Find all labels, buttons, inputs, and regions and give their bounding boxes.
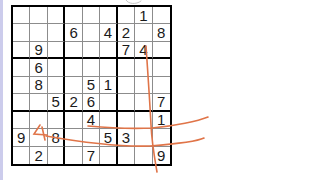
sudoku-cell-r8c9[interactable] bbox=[153, 129, 170, 146]
sudoku-cell-r9c6[interactable] bbox=[100, 147, 117, 164]
sudoku-cell-r6c3[interactable]: 5 bbox=[48, 94, 65, 111]
sudoku-cell-r1c3[interactable] bbox=[48, 7, 65, 24]
sudoku-cell-r7c5[interactable]: 4 bbox=[83, 112, 100, 129]
sudoku-cell-r2c6[interactable]: 4 bbox=[100, 24, 117, 41]
sudoku-cell-r2c7[interactable]: 2 bbox=[118, 24, 135, 41]
sudoku-cell-r1c7[interactable] bbox=[118, 7, 135, 24]
sudoku-cell-r5c4[interactable] bbox=[65, 77, 82, 94]
sudoku-cell-r5c2[interactable]: 8 bbox=[30, 77, 47, 94]
sudoku-cell-r5c8[interactable] bbox=[135, 77, 152, 94]
sudoku-cell-r4c8[interactable] bbox=[135, 59, 152, 76]
sudoku-cell-r9c4[interactable] bbox=[65, 147, 82, 164]
sudoku-cell-r4c5[interactable] bbox=[83, 59, 100, 76]
left-edge-strip bbox=[0, 0, 3, 180]
sudoku-cell-r9c2[interactable]: 2 bbox=[30, 147, 47, 164]
faint-top-arc bbox=[126, 0, 141, 4]
sudoku-cell-r2c5[interactable] bbox=[83, 24, 100, 41]
sudoku-cell-r8c3[interactable]: 8 bbox=[48, 129, 65, 146]
sudoku-cell-r1c6[interactable] bbox=[100, 7, 117, 24]
sudoku-cell-r2c1[interactable] bbox=[13, 24, 30, 41]
sudoku-cell-r2c9[interactable]: 8 bbox=[153, 24, 170, 41]
sudoku-cell-r1c2[interactable] bbox=[30, 7, 47, 24]
sudoku-cell-r2c4[interactable]: 6 bbox=[65, 24, 82, 41]
sudoku-cell-r7c8[interactable] bbox=[135, 112, 152, 129]
sudoku-cell-r7c9[interactable]: 1 bbox=[153, 112, 170, 129]
sudoku-cell-r6c5[interactable]: 6 bbox=[83, 94, 100, 111]
sudoku-cell-r3c2[interactable]: 9 bbox=[30, 42, 47, 59]
sudoku-cell-r7c2[interactable] bbox=[30, 112, 47, 129]
sudoku-cell-r8c5[interactable] bbox=[83, 129, 100, 146]
sudoku-cell-r1c4[interactable] bbox=[65, 7, 82, 24]
sudoku-cell-r7c3[interactable] bbox=[48, 112, 65, 129]
sudoku-cell-r7c4[interactable] bbox=[65, 112, 82, 129]
sudoku-cell-r3c1[interactable] bbox=[13, 42, 30, 59]
sudoku-cell-r5c3[interactable] bbox=[48, 77, 65, 94]
sudoku-cell-r3c8[interactable]: 4 bbox=[135, 42, 152, 59]
sudoku-cell-r4c4[interactable] bbox=[65, 59, 82, 76]
sudoku-cell-r4c6[interactable] bbox=[100, 59, 117, 76]
sudoku-cell-r3c3[interactable] bbox=[48, 42, 65, 59]
sudoku-cell-r1c9[interactable] bbox=[153, 7, 170, 24]
sudoku-cell-r1c8[interactable]: 1 bbox=[135, 7, 152, 24]
sudoku-cell-r4c2[interactable]: 6 bbox=[30, 59, 47, 76]
sudoku-cell-r7c1[interactable] bbox=[13, 112, 30, 129]
sudoku-cell-r7c6[interactable] bbox=[100, 112, 117, 129]
sudoku-cell-r5c5[interactable]: 5 bbox=[83, 77, 100, 94]
sudoku-cell-r8c4[interactable] bbox=[65, 129, 82, 146]
sudoku-cell-r9c5[interactable]: 7 bbox=[83, 147, 100, 164]
sudoku-cell-r7c7[interactable] bbox=[118, 112, 135, 129]
sudoku-cell-r6c7[interactable] bbox=[118, 94, 135, 111]
sudoku-cell-r5c7[interactable] bbox=[118, 77, 135, 94]
sudoku-cell-r2c8[interactable] bbox=[135, 24, 152, 41]
sudoku-cell-r6c4[interactable]: 2 bbox=[65, 94, 82, 111]
sudoku-cell-r3c7[interactable]: 7 bbox=[118, 42, 135, 59]
sudoku-cell-r8c1[interactable]: 9 bbox=[13, 129, 30, 146]
sudoku-cell-r9c9[interactable]: 9 bbox=[153, 147, 170, 164]
sudoku-cell-r3c9[interactable] bbox=[153, 42, 170, 59]
sudoku-cell-r3c4[interactable] bbox=[65, 42, 82, 59]
sudoku-cell-r2c2[interactable] bbox=[30, 24, 47, 41]
sudoku-cell-r1c1[interactable] bbox=[13, 7, 30, 24]
sudoku-cell-r4c1[interactable] bbox=[13, 59, 30, 76]
sudoku-cell-r6c8[interactable] bbox=[135, 94, 152, 111]
sudoku-cell-r8c8[interactable] bbox=[135, 129, 152, 146]
sudoku-cell-r4c9[interactable] bbox=[153, 59, 170, 76]
sudoku-cell-r8c7[interactable]: 3 bbox=[118, 129, 135, 146]
sudoku-cell-r9c3[interactable] bbox=[48, 147, 65, 164]
sudoku-cell-r4c7[interactable] bbox=[118, 59, 135, 76]
sudoku-cell-r6c6[interactable] bbox=[100, 94, 117, 111]
sudoku-cell-r9c7[interactable] bbox=[118, 147, 135, 164]
sudoku-cell-r5c9[interactable] bbox=[153, 77, 170, 94]
sudoku-cell-r8c2[interactable] bbox=[30, 129, 47, 146]
sudoku-cell-r8c6[interactable]: 5 bbox=[100, 129, 117, 146]
sudoku-cell-r6c2[interactable] bbox=[30, 94, 47, 111]
sudoku-cell-r9c8[interactable] bbox=[135, 147, 152, 164]
sudoku-cell-r5c1[interactable] bbox=[13, 77, 30, 94]
sudoku-cell-r1c5[interactable] bbox=[83, 7, 100, 24]
sudoku-board: 1642897468515267419853279 bbox=[11, 5, 172, 166]
sudoku-cell-r4c3[interactable] bbox=[48, 59, 65, 76]
sudoku-cell-r6c9[interactable]: 7 bbox=[153, 94, 170, 111]
sudoku-cell-r3c6[interactable] bbox=[100, 42, 117, 59]
sudoku-cell-r2c3[interactable] bbox=[48, 24, 65, 41]
sudoku-cell-r5c6[interactable]: 1 bbox=[100, 77, 117, 94]
sudoku-cell-r9c1[interactable] bbox=[13, 147, 30, 164]
sudoku-cell-r6c1[interactable] bbox=[13, 94, 30, 111]
sudoku-cell-r3c5[interactable] bbox=[83, 42, 100, 59]
